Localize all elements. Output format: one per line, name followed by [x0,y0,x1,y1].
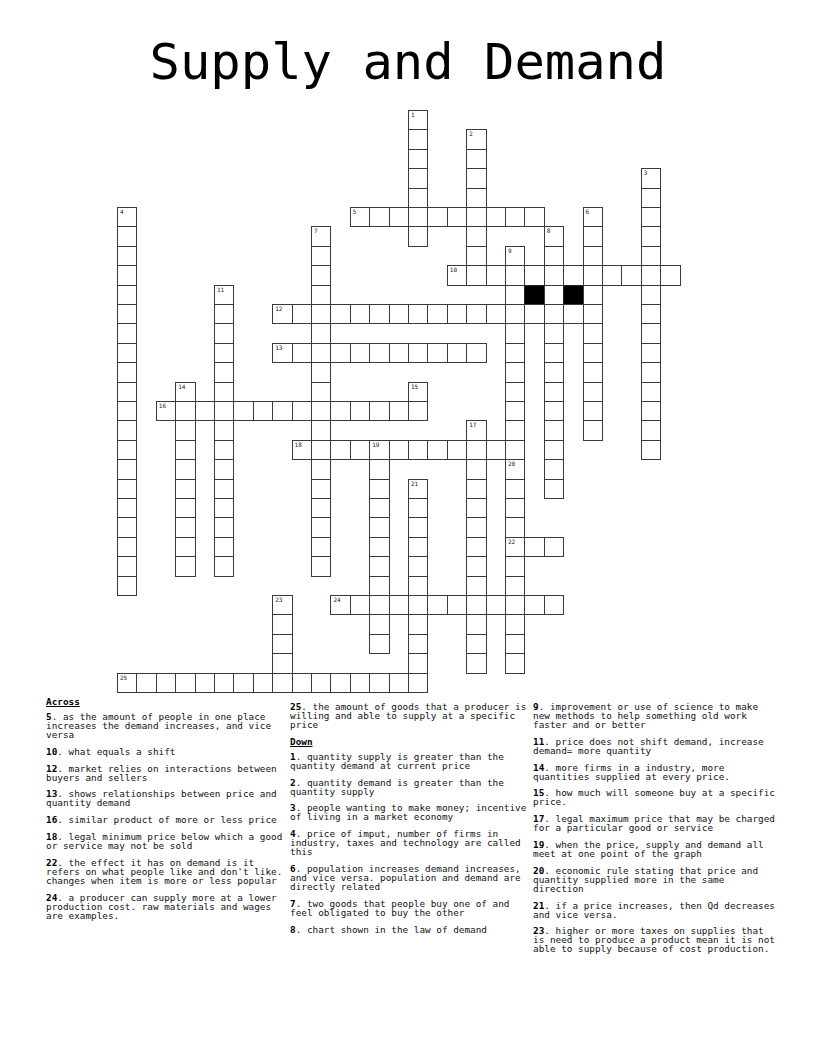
clue-17: 17. legal maximum price that may be char… [533,814,778,832]
cell-number: 24 [333,597,340,603]
grid-cell[interactable] [311,537,331,557]
grid-cell[interactable] [214,537,234,557]
grid-cell[interactable] [641,440,661,460]
grid-cell[interactable] [233,673,253,693]
grid-cell[interactable] [214,323,234,343]
cell-number: 10 [450,267,457,273]
grid-cell[interactable] [505,401,525,421]
grid-cell[interactable] [466,498,486,518]
grid-cell[interactable] [214,479,234,499]
grid-cell[interactable] [311,304,331,324]
grid-cell[interactable] [389,401,409,421]
grid-cell[interactable] [117,440,137,460]
grid-cell[interactable] [408,653,428,673]
grid-cell[interactable] [505,304,525,324]
clue-number: 2 [290,777,296,788]
cell-number: 12 [275,306,282,312]
clue-19: 19. when the price, supply and demand al… [533,840,778,858]
grid-cell[interactable] [466,188,486,208]
cell-number: 21 [411,481,418,487]
grid-cell[interactable] [466,246,486,266]
grid-cell[interactable] [330,673,350,693]
grid-cell[interactable] [117,401,137,421]
grid-cell[interactable] [389,595,409,615]
grid-cell[interactable] [447,595,467,615]
grid-cell[interactable]: 23 [272,595,292,615]
grid-cell[interactable] [292,304,312,324]
grid-cell[interactable] [117,576,137,596]
clue-number: 22 [46,857,57,868]
grid-cell[interactable] [214,420,234,440]
grid-cell[interactable]: 24 [330,595,350,615]
grid-cell[interactable] [369,343,389,363]
grid-cell[interactable] [524,265,544,285]
clue-column-1: Across5. as the amount of people in one … [46,697,291,927]
grid-cell[interactable] [408,576,428,596]
grid-cell[interactable] [117,479,137,499]
grid-cell[interactable] [117,556,137,576]
grid-cell[interactable] [369,576,389,596]
grid-cell[interactable] [408,129,428,149]
cell-number: 1 [411,112,415,118]
grid-cell[interactable] [369,517,389,537]
grid-cell[interactable] [486,304,506,324]
grid-cell[interactable] [486,265,506,285]
clue-column-2: 25. the amount of goods that a producer … [290,702,535,941]
grid-cell[interactable] [311,498,331,518]
grid-cell[interactable] [214,498,234,518]
grid-cell[interactable]: 7 [311,226,331,246]
grid-cell[interactable] [505,576,525,596]
grid-cell[interactable] [350,673,370,693]
clue-number: 6 [290,863,296,874]
grid-cell[interactable]: 11 [214,285,234,305]
grid-cell[interactable] [466,653,486,673]
grid-cell[interactable] [311,382,331,402]
grid-cell[interactable] [466,576,486,596]
grid-cell[interactable] [505,265,525,285]
grid-cell[interactable] [544,459,564,479]
grid-cell[interactable] [466,149,486,169]
grid-cell[interactable] [505,479,525,499]
grid-cell[interactable] [175,673,195,693]
grid-cell[interactable] [117,323,137,343]
grid-cell[interactable]: 15 [408,382,428,402]
grid-cell[interactable] [408,343,428,363]
grid-cell[interactable] [583,304,603,324]
grid-cell[interactable] [505,207,525,227]
grid-cell[interactable] [427,304,447,324]
grid-cell[interactable] [175,498,195,518]
grid-cell[interactable] [311,246,331,266]
grid-cell[interactable] [156,673,176,693]
grid-cell[interactable] [311,420,331,440]
grid-cell[interactable] [544,246,564,266]
grid-cell[interactable] [583,382,603,402]
grid-cell[interactable] [253,673,273,693]
grid-cell[interactable] [524,537,544,557]
grid-cell[interactable] [544,420,564,440]
grid-cell[interactable] [505,634,525,654]
cell-number: 16 [159,403,166,409]
grid-cell[interactable] [641,382,661,402]
grid-cell[interactable]: 4 [117,207,137,227]
grid-cell[interactable] [175,420,195,440]
grid-cell[interactable] [117,382,137,402]
grid-cell[interactable] [583,226,603,246]
grid-cell[interactable] [311,401,331,421]
grid-cell[interactable] [505,614,525,634]
grid-cell[interactable] [311,673,331,693]
grid-cell[interactable] [233,401,253,421]
grid-cell[interactable] [292,343,312,363]
grid-cell[interactable] [447,343,467,363]
grid-cell[interactable] [214,517,234,537]
grid-cell[interactable] [311,265,331,285]
grid-cell[interactable] [175,517,195,537]
clue-20: 20. economic rule stating that price and… [533,866,778,893]
grid-cell[interactable] [505,362,525,382]
grid-cell[interactable] [641,401,661,421]
grid-cell[interactable] [272,614,292,634]
grid-cell[interactable] [214,459,234,479]
grid-cell[interactable] [641,285,661,305]
grid-cell[interactable] [311,343,331,363]
grid-cell[interactable] [117,420,137,440]
grid-cell[interactable] [505,517,525,537]
grid-cell[interactable]: 13 [272,343,292,363]
grid-cell[interactable] [466,343,486,363]
grid-cell[interactable] [466,479,486,499]
grid-cell[interactable] [408,149,428,169]
grid-cell[interactable] [427,595,447,615]
grid-cell[interactable] [544,382,564,402]
grid-cell[interactable] [466,226,486,246]
grid-cell[interactable] [505,323,525,343]
grid-cell[interactable] [117,285,137,305]
grid-cell[interactable] [350,401,370,421]
grid-cell[interactable] [583,246,603,266]
grid-cell[interactable] [427,440,447,460]
clue-12: 12. market relies on interactions betwee… [46,764,291,782]
grid-cell[interactable] [641,323,661,343]
grid-cell[interactable] [350,440,370,460]
grid-cell[interactable] [427,343,447,363]
cell-number: 7 [314,228,318,234]
grid-cell[interactable] [544,343,564,363]
grid-cell[interactable] [408,207,428,227]
grid-cell[interactable] [292,401,312,421]
grid-cell[interactable]: 21 [408,479,428,499]
grid-cell[interactable] [175,459,195,479]
grid-cell[interactable] [505,653,525,673]
worksheet-page: { "title": "Supply and Demand", "game": … [0,0,816,1056]
grid-cell[interactable] [292,673,312,693]
grid-cell[interactable] [311,362,331,382]
grid-cell[interactable] [389,343,409,363]
grid-cell[interactable] [641,188,661,208]
grid-cell[interactable] [641,207,661,227]
grid-cell[interactable] [505,420,525,440]
grid-cell[interactable] [505,498,525,518]
grid-cell[interactable] [544,304,564,324]
grid-cell[interactable] [563,265,583,285]
grid-cell[interactable] [466,614,486,634]
grid-cell[interactable] [272,401,292,421]
grid-cell[interactable] [369,556,389,576]
grid-cell[interactable] [660,265,680,285]
clue-number: 25 [290,701,301,712]
grid-cell[interactable] [486,440,506,460]
grid-cell[interactable] [544,362,564,382]
grid-cell[interactable] [505,595,525,615]
grid-cell[interactable] [408,634,428,654]
grid-cell[interactable] [408,226,428,246]
grid-cell[interactable] [466,634,486,654]
grid-cell[interactable]: 25 [117,673,137,693]
grid-cell[interactable] [272,653,292,673]
grid-cell[interactable]: 18 [292,440,312,460]
grid-cell[interactable] [369,401,389,421]
grid-cell[interactable] [583,323,603,343]
grid-cell[interactable]: 9 [505,246,525,266]
grid-cell[interactable] [466,517,486,537]
grid-cell[interactable] [524,304,544,324]
grid-cell[interactable] [369,614,389,634]
grid-cell[interactable]: 2 [466,129,486,149]
grid-cell[interactable] [214,343,234,363]
grid-cell[interactable] [369,595,389,615]
grid-cell[interactable] [389,440,409,460]
grid-cell[interactable] [408,614,428,634]
grid-cell[interactable] [117,459,137,479]
clue-11: 11. price does not shift demand, increas… [533,737,778,755]
clue-number: 7 [290,898,296,909]
grid-cell[interactable] [214,673,234,693]
grid-cell[interactable] [447,207,467,227]
grid-cell[interactable] [195,401,215,421]
grid-cell[interactable] [408,537,428,557]
grid-cell[interactable]: 12 [272,304,292,324]
grid-cell[interactable] [214,362,234,382]
grid-cell[interactable] [447,304,467,324]
grid-cell[interactable] [408,595,428,615]
grid-cell[interactable] [350,595,370,615]
grid-cell[interactable]: 10 [447,265,467,285]
grid-cell[interactable] [524,595,544,615]
grid-cell[interactable] [330,343,350,363]
grid-cell[interactable] [272,673,292,693]
clue-9: 9. improvement or use of science to make… [533,702,778,729]
grid-cell[interactable] [621,265,641,285]
grid-cell[interactable] [563,304,583,324]
grid-cell[interactable] [272,634,292,654]
grid-cell[interactable] [408,498,428,518]
grid-cell[interactable] [214,440,234,460]
grid-cell[interactable] [544,537,564,557]
grid-cell[interactable] [389,673,409,693]
grid-cell[interactable] [330,440,350,460]
grid-cell[interactable] [505,382,525,402]
grid-cell[interactable] [117,246,137,266]
grid-cell[interactable]: 5 [350,207,370,227]
across-header: Across [46,697,291,706]
grid-cell[interactable] [369,304,389,324]
clue-number: 16 [46,814,57,825]
grid-cell[interactable]: 6 [583,207,603,227]
grid-cell[interactable] [466,207,486,227]
grid-cell[interactable] [466,440,486,460]
grid-cell[interactable] [544,479,564,499]
grid-cell[interactable]: 8 [544,226,564,246]
cell-number: 6 [586,209,590,215]
grid-cell[interactable] [544,265,564,285]
grid-cell[interactable] [369,673,389,693]
grid-cell[interactable]: 16 [156,401,176,421]
grid-cell[interactable] [641,265,661,285]
clue-number: 14 [533,762,544,773]
grid-cell[interactable] [408,517,428,537]
grid-cell[interactable]: 19 [369,440,389,460]
grid-cell[interactable] [641,246,661,266]
clue-number: 18 [46,831,57,842]
clue-number: 4 [290,828,296,839]
grid-cell[interactable] [330,401,350,421]
grid-cell[interactable] [408,304,428,324]
grid-cell[interactable] [583,401,603,421]
grid-cell[interactable] [117,517,137,537]
grid-cell[interactable] [214,382,234,402]
grid-cell[interactable]: 1 [408,110,428,130]
grid-cell[interactable] [117,265,137,285]
grid-cell[interactable] [641,343,661,363]
grid-cell[interactable] [641,226,661,246]
grid-cell[interactable] [408,556,428,576]
grid-cell[interactable] [311,323,331,343]
grid-cell[interactable] [505,343,525,363]
grid-cell[interactable] [117,362,137,382]
grid-cell[interactable] [408,440,428,460]
grid-cell[interactable] [486,595,506,615]
grid-cell[interactable] [641,362,661,382]
grid-cell[interactable] [253,401,273,421]
grid-cell[interactable] [117,537,137,557]
grid-cell[interactable] [583,362,603,382]
grid-cell[interactable] [427,207,447,227]
grid-cell[interactable] [641,420,661,440]
grid-cell[interactable] [466,168,486,188]
grid-cell[interactable] [214,304,234,324]
black-cell [563,285,583,305]
grid-cell[interactable]: 3 [641,168,661,188]
grid-cell[interactable] [389,207,409,227]
grid-cell[interactable] [311,517,331,537]
grid-cell[interactable] [136,673,156,693]
grid-cell[interactable] [408,168,428,188]
grid-cell[interactable] [524,207,544,227]
clue-13: 13. shows relationships between price an… [46,789,291,807]
grid-cell[interactable] [369,459,389,479]
grid-cell[interactable] [466,265,486,285]
grid-cell[interactable] [544,401,564,421]
grid-cell[interactable] [369,207,389,227]
grid-cell[interactable] [466,537,486,557]
grid-cell[interactable] [369,498,389,518]
grid-cell[interactable] [447,440,467,460]
grid-cell[interactable] [117,226,137,246]
grid-cell[interactable] [486,207,506,227]
grid-cell[interactable] [544,595,564,615]
grid-cell[interactable] [175,537,195,557]
grid-cell[interactable] [583,343,603,363]
grid-cell[interactable] [369,479,389,499]
grid-cell[interactable] [175,556,195,576]
cell-number: 19 [372,442,379,448]
clue-number: 15 [533,787,544,798]
grid-cell[interactable] [311,479,331,499]
grid-cell[interactable] [369,634,389,654]
grid-cell[interactable] [311,459,331,479]
grid-cell[interactable] [505,556,525,576]
grid-cell[interactable] [602,265,622,285]
grid-cell[interactable] [175,401,195,421]
grid-cell[interactable] [311,440,331,460]
grid-cell[interactable] [175,479,195,499]
grid-cell[interactable] [583,285,603,305]
grid-cell[interactable] [311,285,331,305]
grid-cell[interactable] [544,440,564,460]
grid-cell[interactable] [505,285,525,305]
grid-cell[interactable] [466,304,486,324]
grid-cell[interactable] [311,556,331,576]
puzzle-title: Supply and Demand [0,37,816,88]
clue-4: 4. price of imput, number of firms in in… [290,829,535,856]
grid-cell[interactable] [641,304,661,324]
grid-cell[interactable] [466,595,486,615]
grid-cell[interactable]: 17 [466,420,486,440]
grid-cell[interactable]: 14 [175,382,195,402]
clue-14: 14. more firms in a industry, more quant… [533,763,778,781]
grid-cell[interactable] [214,556,234,576]
grid-cell[interactable] [350,343,370,363]
grid-cell[interactable] [466,459,486,479]
grid-cell[interactable] [117,498,137,518]
grid-cell[interactable] [214,401,234,421]
grid-cell[interactable] [330,304,350,324]
black-cell [524,285,544,305]
grid-cell[interactable] [117,304,137,324]
grid-cell[interactable] [466,556,486,576]
grid-cell[interactable] [583,420,603,440]
grid-cell[interactable] [544,323,564,343]
grid-cell[interactable] [505,440,525,460]
grid-cell[interactable] [195,673,215,693]
grid-cell[interactable] [408,401,428,421]
grid-cell[interactable] [583,265,603,285]
grid-cell[interactable] [350,304,370,324]
grid-cell[interactable] [544,285,564,305]
grid-cell[interactable] [408,188,428,208]
grid-cell[interactable] [389,304,409,324]
cell-number: 14 [178,384,185,390]
grid-cell[interactable]: 20 [505,459,525,479]
grid-cell[interactable] [175,440,195,460]
grid-cell[interactable]: 22 [505,537,525,557]
grid-cell[interactable] [369,537,389,557]
cell-number: 17 [469,422,476,428]
grid-cell[interactable] [408,673,428,693]
grid-cell[interactable] [117,343,137,363]
